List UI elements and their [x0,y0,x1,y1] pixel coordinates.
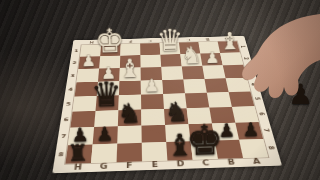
square-e6[interactable] [141,109,165,126]
square-e8[interactable] [142,142,168,161]
player-hand [228,6,320,110]
coord-label: F [121,39,140,44]
square-d1[interactable]: ♛ [160,43,181,55]
square-b4[interactable] [205,78,229,92]
square-b2[interactable]: ♟ [200,53,223,66]
piece-white-bishop-f3[interactable]: ♝ [118,57,141,81]
square-f8[interactable] [117,143,142,162]
square-f4[interactable] [119,81,141,96]
coord-label: G [101,39,121,44]
square-d3[interactable] [161,66,183,80]
coord-label: F [116,161,142,171]
square-c5[interactable] [185,93,209,108]
piece-black-pawn-a7[interactable]: ♟ [242,122,259,140]
square-d2[interactable] [160,54,181,67]
coord-label: C [193,159,220,169]
square-h2[interactable]: ♟ [78,56,100,69]
hand-shape [242,14,320,98]
coord-label: A [243,157,270,167]
square-f6[interactable]: ♞ [118,110,142,127]
coord-label: D [159,38,179,43]
coord-label: C [178,37,198,42]
square-g5[interactable]: ♛ [95,95,118,111]
piece-black-knight-f6[interactable]: ♞ [117,101,142,126]
coord-label: E [142,161,168,171]
square-d4[interactable] [162,79,185,94]
square-g8[interactable] [91,144,117,163]
square-b3[interactable] [202,65,225,79]
square-f7[interactable] [117,126,142,144]
square-a8[interactable] [239,139,268,158]
piece-black-king-c8[interactable]: ♚ [186,121,224,160]
square-a7[interactable]: ♟ [235,122,263,140]
piece-white-knight-c2[interactable]: ♞ [181,44,203,66]
square-g7[interactable]: ♟ [93,126,118,144]
square-c2[interactable]: ♞ [180,54,202,67]
square-e2[interactable] [140,55,161,68]
square-e4[interactable]: ♟ [141,80,163,95]
coord-label: G [90,162,116,172]
coord-label: D [167,160,193,170]
piece-white-pawn-b2[interactable]: ♟ [205,51,220,66]
square-c3[interactable] [182,66,205,80]
coord-label: H [64,163,91,173]
piece-black-pawn-g7[interactable]: ♟ [96,126,114,144]
coord-label: H [82,39,102,44]
square-h8[interactable]: ♜ [65,144,92,163]
coord-label: E [140,38,159,43]
photo-frame: HGFEDCBA HGFEDCBA 12345678 12345678 ♚♛♝♟… [0,0,320,180]
square-e5[interactable] [141,94,164,110]
piece-white-pawn-e4[interactable]: ♟ [144,78,160,94]
coord-label: B [218,158,245,168]
square-f3[interactable]: ♝ [119,68,140,82]
piece-white-pawn-h2[interactable]: ♟ [81,54,96,69]
square-e7[interactable] [141,125,166,143]
piece-black-rook-h8[interactable]: ♜ [67,142,89,164]
square-c8[interactable]: ♚ [191,140,218,159]
square-c4[interactable] [183,79,207,94]
coord-label: B [197,37,217,42]
